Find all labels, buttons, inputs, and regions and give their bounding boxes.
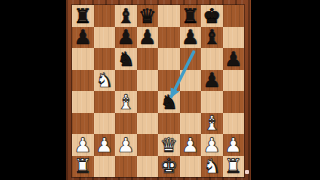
square-f7[interactable]: ♟: [180, 27, 202, 49]
chess-board[interactable]: ♜♝♛♜♚♟♟♟♟♝♞♟♞♟♝♞♝♟♟♟♛♟♟♟♜♚♞♜: [72, 5, 244, 177]
square-g5[interactable]: ♟: [201, 70, 223, 92]
white-knight[interactable]: ♞: [95, 70, 113, 90]
square-f5[interactable]: [180, 70, 202, 92]
square-a2[interactable]: ♟: [72, 134, 94, 156]
black-rook[interactable]: ♜: [74, 5, 92, 25]
black-bishop[interactable]: ♝: [117, 5, 135, 25]
square-c5[interactable]: [115, 70, 137, 92]
square-h6[interactable]: ♟: [223, 48, 245, 70]
square-f3[interactable]: [180, 113, 202, 135]
corner-dot: [245, 170, 249, 174]
square-e3[interactable]: [158, 113, 180, 135]
letterbox-right: [251, 0, 320, 180]
square-f1[interactable]: [180, 156, 202, 178]
white-pawn[interactable]: ♟: [224, 134, 242, 154]
white-knight[interactable]: ♞: [203, 156, 221, 176]
square-g1[interactable]: ♞: [201, 156, 223, 178]
black-pawn[interactable]: ♟: [181, 27, 199, 47]
black-knight[interactable]: ♞: [117, 48, 135, 68]
white-pawn[interactable]: ♟: [74, 134, 92, 154]
square-b4[interactable]: [94, 91, 116, 113]
black-queen[interactable]: ♛: [138, 5, 156, 25]
square-c4[interactable]: ♝: [115, 91, 137, 113]
square-f2[interactable]: ♟: [180, 134, 202, 156]
square-b2[interactable]: ♟: [94, 134, 116, 156]
square-h2[interactable]: ♟: [223, 134, 245, 156]
square-d1[interactable]: [137, 156, 159, 178]
square-h8[interactable]: [223, 5, 245, 27]
square-b8[interactable]: [94, 5, 116, 27]
square-g7[interactable]: ♝: [201, 27, 223, 49]
white-queen[interactable]: ♛: [160, 134, 178, 154]
square-d7[interactable]: ♟: [137, 27, 159, 49]
square-e1[interactable]: ♚: [158, 156, 180, 178]
square-h7[interactable]: [223, 27, 245, 49]
square-b3[interactable]: [94, 113, 116, 135]
square-h5[interactable]: [223, 70, 245, 92]
square-g8[interactable]: ♚: [201, 5, 223, 27]
black-pawn[interactable]: ♟: [224, 48, 242, 68]
square-c2[interactable]: ♟: [115, 134, 137, 156]
square-d8[interactable]: ♛: [137, 5, 159, 27]
square-b5[interactable]: ♞: [94, 70, 116, 92]
square-f6[interactable]: [180, 48, 202, 70]
square-c6[interactable]: ♞: [115, 48, 137, 70]
square-g2[interactable]: ♟: [201, 134, 223, 156]
square-d4[interactable]: [137, 91, 159, 113]
square-h3[interactable]: [223, 113, 245, 135]
square-a7[interactable]: ♟: [72, 27, 94, 49]
black-bishop[interactable]: ♝: [203, 27, 221, 47]
square-g4[interactable]: [201, 91, 223, 113]
screenshot-viewport: ♜♝♛♜♚♟♟♟♟♝♞♟♞♟♝♞♝♟♟♟♛♟♟♟♜♚♞♜: [0, 0, 320, 180]
black-king[interactable]: ♚: [203, 5, 221, 25]
square-c7[interactable]: ♟: [115, 27, 137, 49]
square-c8[interactable]: ♝: [115, 5, 137, 27]
square-a8[interactable]: ♜: [72, 5, 94, 27]
white-pawn[interactable]: ♟: [203, 134, 221, 154]
square-d2[interactable]: [137, 134, 159, 156]
letterbox-left: [0, 0, 66, 180]
square-a1[interactable]: ♜: [72, 156, 94, 178]
black-rook[interactable]: ♜: [181, 5, 199, 25]
white-rook[interactable]: ♜: [224, 156, 242, 176]
square-h1[interactable]: ♜: [223, 156, 245, 178]
square-f8[interactable]: ♜: [180, 5, 202, 27]
square-g6[interactable]: [201, 48, 223, 70]
white-rook[interactable]: ♜: [74, 156, 92, 176]
square-d6[interactable]: [137, 48, 159, 70]
white-bishop[interactable]: ♝: [117, 91, 135, 111]
square-e2[interactable]: ♛: [158, 134, 180, 156]
square-d3[interactable]: [137, 113, 159, 135]
square-e5[interactable]: [158, 70, 180, 92]
square-f4[interactable]: [180, 91, 202, 113]
square-e7[interactable]: [158, 27, 180, 49]
black-pawn[interactable]: ♟: [74, 27, 92, 47]
square-a5[interactable]: [72, 70, 94, 92]
square-e8[interactable]: [158, 5, 180, 27]
square-b1[interactable]: [94, 156, 116, 178]
square-c1[interactable]: [115, 156, 137, 178]
white-pawn[interactable]: ♟: [181, 134, 199, 154]
square-h4[interactable]: [223, 91, 245, 113]
white-king[interactable]: ♚: [160, 156, 178, 176]
white-pawn[interactable]: ♟: [95, 134, 113, 154]
square-b7[interactable]: [94, 27, 116, 49]
square-g3[interactable]: ♝: [201, 113, 223, 135]
black-pawn[interactable]: ♟: [117, 27, 135, 47]
square-a3[interactable]: [72, 113, 94, 135]
square-b6[interactable]: [94, 48, 116, 70]
black-pawn[interactable]: ♟: [138, 27, 156, 47]
square-e6[interactable]: [158, 48, 180, 70]
white-pawn[interactable]: ♟: [117, 134, 135, 154]
black-pawn[interactable]: ♟: [203, 70, 221, 90]
square-e4[interactable]: ♞: [158, 91, 180, 113]
square-c3[interactable]: [115, 113, 137, 135]
square-a4[interactable]: [72, 91, 94, 113]
square-d5[interactable]: [137, 70, 159, 92]
black-knight[interactable]: ♞: [160, 91, 178, 111]
white-bishop[interactable]: ♝: [203, 113, 221, 133]
square-a6[interactable]: [72, 48, 94, 70]
board-frame: ♜♝♛♜♚♟♟♟♟♝♞♟♞♟♝♞♝♟♟♟♛♟♟♟♜♚♞♜: [66, 0, 251, 180]
